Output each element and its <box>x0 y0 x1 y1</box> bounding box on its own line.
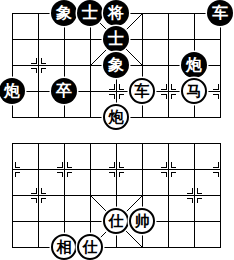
board-point: 象 <box>51 0 77 26</box>
red-cannon[interactable]: 炮 <box>103 104 129 130</box>
red-chariot[interactable]: 车 <box>129 78 155 104</box>
black-cannon[interactable]: 炮 <box>181 52 207 78</box>
red-horse[interactable]: 马 <box>181 78 207 104</box>
board-point: 卒 <box>51 78 77 104</box>
board-point: 相 <box>51 234 77 260</box>
xiangqi-board: 象士将车士象炮炮卒车马炮仕帅相仕 <box>0 0 234 260</box>
red-elephant[interactable]: 相 <box>51 234 77 260</box>
red-advisor[interactable]: 仕 <box>103 208 129 234</box>
black-elephant[interactable]: 象 <box>51 0 77 26</box>
black-soldier[interactable]: 卒 <box>51 78 77 104</box>
board-point: 士 <box>77 0 103 26</box>
board-point: 炮 <box>0 78 25 104</box>
board-point: 将 <box>103 0 129 26</box>
board-pieces-grid[interactable]: 象士将车士象炮炮卒车马炮仕帅相仕 <box>0 0 233 260</box>
board-point: 士 <box>103 26 129 52</box>
board-point: 帅 <box>129 208 155 234</box>
board-point: 马 <box>181 78 207 104</box>
board-point: 车 <box>129 78 155 104</box>
board-point: 象 <box>103 52 129 78</box>
black-advisor[interactable]: 士 <box>77 0 103 26</box>
black-chariot[interactable]: 车 <box>207 0 233 26</box>
board-point: 车 <box>207 0 233 26</box>
black-advisor[interactable]: 士 <box>103 26 129 52</box>
board-point: 仕 <box>103 208 129 234</box>
board-point: 炮 <box>103 104 129 130</box>
black-cannon[interactable]: 炮 <box>0 78 25 104</box>
board-point: 仕 <box>77 234 103 260</box>
board-point: 炮 <box>181 52 207 78</box>
red-general[interactable]: 帅 <box>129 208 155 234</box>
black-elephant[interactable]: 象 <box>103 52 129 78</box>
red-advisor[interactable]: 仕 <box>77 234 103 260</box>
black-general[interactable]: 将 <box>103 0 129 26</box>
